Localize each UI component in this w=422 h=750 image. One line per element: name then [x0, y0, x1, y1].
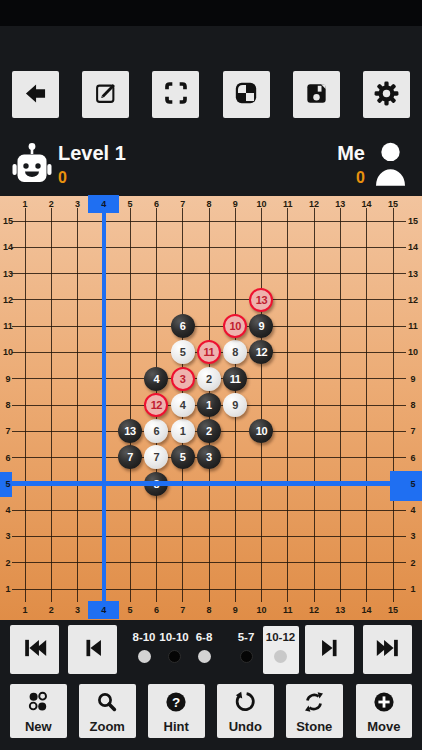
- stone-white-6: 6: [144, 419, 168, 443]
- coordinate-label: 13: [3, 269, 13, 279]
- coordinate-label: 4: [101, 199, 106, 209]
- move-entry-10-12[interactable]: 10-12: [263, 626, 299, 674]
- nav-first-button[interactable]: [10, 625, 59, 674]
- coordinate-label: 13: [335, 605, 345, 615]
- stone-black-13: 13: [118, 419, 142, 443]
- coordinate-label: 15: [388, 199, 398, 209]
- coordinate-label: 15: [408, 216, 418, 226]
- coordinate-label: 14: [362, 199, 372, 209]
- nav-last-button[interactable]: [363, 625, 412, 674]
- coordinate-label: 9: [5, 374, 10, 384]
- coordinate-label: 1: [410, 584, 415, 594]
- move-label: 5-7: [238, 631, 255, 643]
- coordinate-label: 2: [49, 199, 54, 209]
- coordinate-label: 1: [22, 199, 27, 209]
- coordinate-label: 11: [408, 321, 418, 331]
- zoom-icon: [95, 690, 119, 717]
- nav-prev-button[interactable]: [68, 625, 117, 674]
- stone-black-2: 2: [197, 419, 221, 443]
- stone-white-1: 1: [171, 419, 195, 443]
- settings-button[interactable]: [363, 71, 410, 118]
- opponent-name: Level 1: [58, 141, 126, 165]
- coordinate-label: 5: [128, 199, 133, 209]
- crosshair-vertical: [102, 213, 106, 601]
- me-name: Me: [337, 141, 365, 165]
- coordinate-label: 11: [283, 199, 293, 209]
- theme-button[interactable]: [223, 71, 270, 118]
- zoom-button[interactable]: Zoom: [79, 684, 136, 738]
- action-label: Move: [367, 720, 400, 733]
- player-bar: Level 1 0 Me 0: [0, 133, 422, 195]
- row-highlight-right: [390, 471, 422, 501]
- board[interactable]: 1234567891011121312345678910111213 11223…: [0, 196, 422, 620]
- stone-black-5: 5: [171, 445, 195, 469]
- new-game-icon: [26, 690, 50, 717]
- coordinate-label: 3: [75, 199, 80, 209]
- save-button[interactable]: [293, 71, 340, 118]
- stone-white-4: 4: [171, 393, 195, 417]
- coordinate-label: 12: [309, 199, 319, 209]
- coordinate-label: 3: [5, 531, 10, 541]
- coordinate-label: 6: [5, 453, 10, 463]
- stone-black-7: 7: [118, 445, 142, 469]
- coordinate-label: 8: [206, 605, 211, 615]
- stone-white-13: 13: [249, 288, 273, 312]
- new-button[interactable]: New: [10, 684, 67, 738]
- nav-next-button[interactable]: [305, 625, 354, 674]
- coordinate-label: 6: [154, 605, 159, 615]
- step-back-icon: [79, 634, 107, 665]
- stone-white-12: 12: [144, 393, 168, 417]
- coordinate-label: 1: [5, 584, 10, 594]
- save-icon: [304, 81, 329, 109]
- move-label: 6-8: [196, 631, 213, 643]
- back-arrow-icon: [22, 80, 49, 110]
- coordinate-label: 12: [408, 295, 418, 305]
- crosshair-horizontal: [12, 481, 390, 486]
- black-stone-dot: [168, 650, 181, 663]
- coordinate-label: 3: [75, 605, 80, 615]
- board-grid[interactable]: 1234567891011121312345678910111213: [12, 208, 406, 602]
- fullscreen-button[interactable]: [152, 71, 199, 118]
- stone-black-6: 6: [171, 314, 195, 338]
- coordinate-label: 7: [180, 605, 185, 615]
- coordinate-label: 8: [410, 400, 415, 410]
- coordinate-label: 9: [410, 374, 415, 384]
- coordinate-label: 7: [180, 199, 185, 209]
- hint-icon: ?: [164, 690, 188, 717]
- opponent-score: 0: [58, 168, 126, 188]
- stone-white-8: 8: [223, 340, 247, 364]
- move-label: 8-10: [132, 631, 155, 643]
- coordinate-label: 5: [5, 479, 10, 489]
- coordinate-label: 14: [3, 242, 13, 252]
- action-label: Stone: [296, 720, 332, 733]
- coordinate-label: 4: [410, 505, 415, 515]
- move-entry-6-8[interactable]: 6-8: [186, 626, 222, 674]
- coordinate-label: 5: [128, 605, 133, 615]
- add-move-icon: [372, 690, 396, 717]
- hint-button[interactable]: ? Hint: [148, 684, 205, 738]
- undo-icon: [233, 690, 257, 717]
- coordinate-label: 6: [154, 199, 159, 209]
- gear-icon: [373, 80, 400, 110]
- coordinate-label: 10: [3, 347, 13, 357]
- black-stone-dot: [240, 650, 253, 663]
- action-label: Undo: [229, 720, 262, 733]
- stone-swap-icon: [302, 690, 326, 717]
- stone-white-9: 9: [223, 393, 247, 417]
- coordinate-label: 4: [101, 605, 106, 615]
- coordinate-label: 11: [3, 321, 13, 331]
- back-button[interactable]: [12, 71, 59, 118]
- person-icon: [376, 141, 405, 190]
- stone-black-1: 1: [197, 393, 221, 417]
- fullscreen-icon: [163, 80, 189, 109]
- stone-black-4: 4: [144, 367, 168, 391]
- coordinate-label: 12: [3, 295, 13, 305]
- coordinate-label: 13: [335, 199, 345, 209]
- coordinate-label: 2: [410, 558, 415, 568]
- coordinate-label: 14: [408, 242, 418, 252]
- edit-button[interactable]: [82, 71, 129, 118]
- stone-black-12: 12: [249, 340, 273, 364]
- me-score: 0: [337, 168, 365, 188]
- coordinate-label: 13: [408, 269, 418, 279]
- status-bar: [0, 0, 422, 26]
- coordinate-label: 3: [410, 531, 415, 541]
- move-label: 10-12: [266, 631, 295, 643]
- coordinate-label: 7: [5, 426, 10, 436]
- coordinate-label: 10: [408, 347, 418, 357]
- coordinate-label: 7: [410, 426, 415, 436]
- white-stone-dot: [138, 650, 151, 663]
- coordinate-label: 6: [410, 453, 415, 463]
- action-label: New: [25, 720, 52, 733]
- coordinate-label: 2: [5, 558, 10, 568]
- coordinate-label: 5: [410, 479, 415, 489]
- coordinate-label: 9: [233, 605, 238, 615]
- stone-white-5: 5: [171, 340, 195, 364]
- coordinate-label: 9: [233, 199, 238, 209]
- contrast-icon: [233, 80, 259, 109]
- stone-button[interactable]: Stone: [286, 684, 343, 738]
- stone-white-10: 10: [223, 314, 247, 338]
- coordinate-label: 4: [5, 505, 10, 515]
- stone-white-7: 7: [144, 445, 168, 469]
- move-entry-5-7[interactable]: 5-7: [228, 626, 264, 674]
- white-stone-dot: [198, 650, 211, 663]
- opponent-info: Level 1 0: [58, 141, 126, 188]
- coordinate-label: 8: [5, 400, 10, 410]
- stone-black-3: 3: [197, 445, 221, 469]
- coordinate-label: 8: [206, 199, 211, 209]
- coordinate-label: 2: [49, 605, 54, 615]
- me-info: Me 0: [337, 141, 365, 188]
- stone-black-9: 9: [249, 314, 273, 338]
- coordinate-label: 10: [257, 605, 267, 615]
- skip-to-end-icon: [374, 634, 402, 665]
- action-label: Zoom: [90, 720, 125, 733]
- skip-to-start-icon: [21, 634, 49, 665]
- coordinate-label: 15: [388, 605, 398, 615]
- coordinate-label: 1: [22, 605, 27, 615]
- step-forward-icon: [316, 634, 344, 665]
- stone-black-11: 11: [223, 367, 247, 391]
- coordinate-label: 14: [362, 605, 372, 615]
- coordinate-label: 15: [3, 216, 13, 226]
- coordinate-label: 10: [257, 199, 267, 209]
- undo-button[interactable]: Undo: [217, 684, 274, 738]
- coordinate-label: 11: [283, 605, 293, 615]
- edit-icon: [93, 80, 119, 109]
- stone-white-3: 3: [171, 367, 195, 391]
- white-stone-dot: [274, 650, 287, 663]
- stone-white-2: 2: [197, 367, 221, 391]
- stone-black-10: 10: [249, 419, 273, 443]
- move-button[interactable]: Move: [356, 684, 413, 738]
- svg-text:?: ?: [172, 694, 180, 709]
- move-label: 10-10: [159, 631, 188, 643]
- coordinate-label: 12: [309, 605, 319, 615]
- stone-white-11: 11: [197, 340, 221, 364]
- robot-icon: [12, 142, 52, 192]
- action-label: Hint: [164, 720, 189, 733]
